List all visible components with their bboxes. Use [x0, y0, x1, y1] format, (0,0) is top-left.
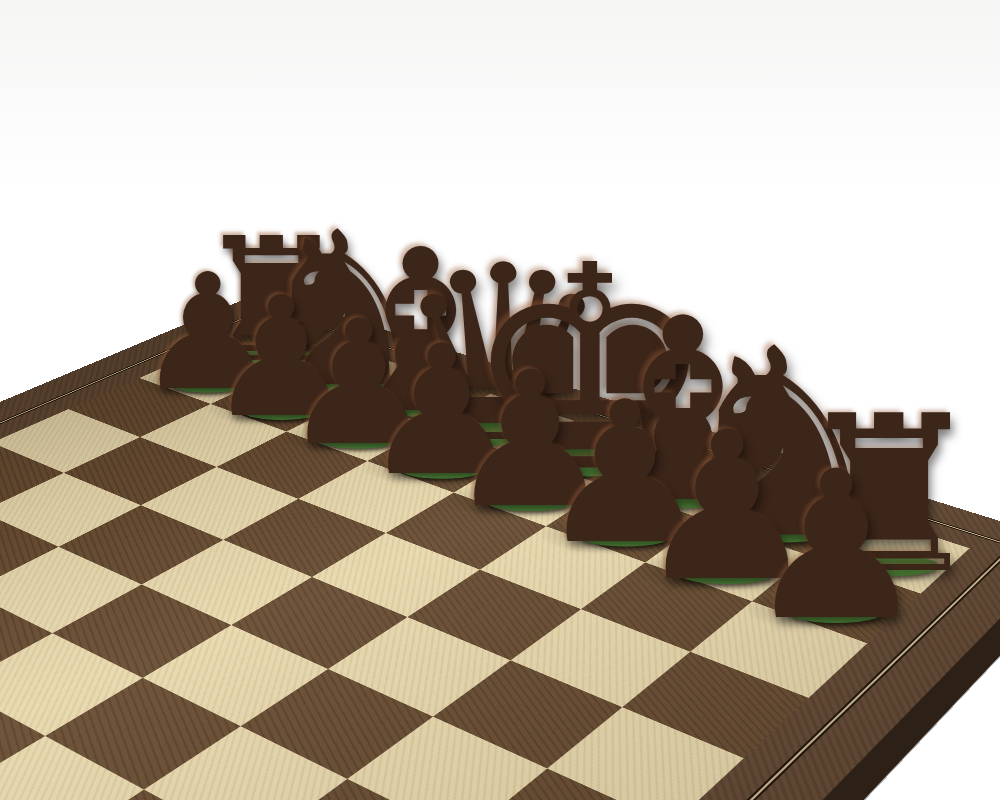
product-photo-stage: ♜♞♝♛♚♝♞♜♟♟♟♟♟♟♟♟	[0, 0, 1000, 800]
pawn-glyph: ♟	[745, 444, 929, 649]
pieces-layer: ♜♞♝♛♚♝♞♜♟♟♟♟♟♟♟♟	[0, 0, 1000, 800]
piece-pawn-h2[interactable]: ♟	[745, 444, 929, 649]
